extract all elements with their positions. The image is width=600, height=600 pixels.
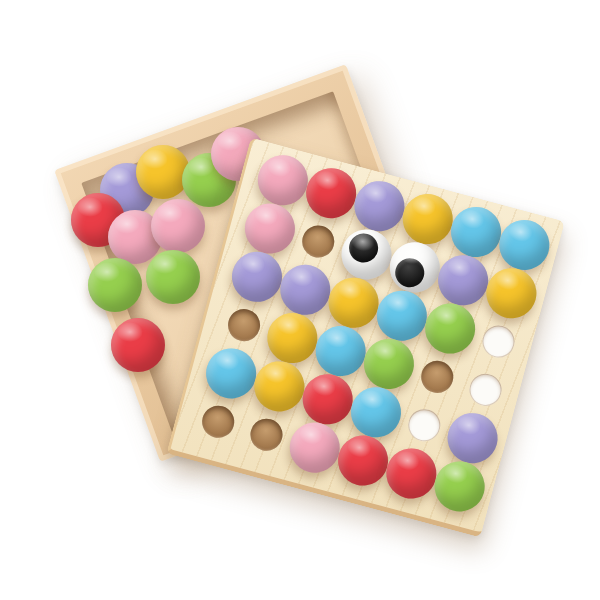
tray-ball-green[interactable] xyxy=(146,250,200,304)
eye-pupil xyxy=(345,230,381,266)
tray-ball-red[interactable] xyxy=(111,318,165,372)
peg-hole-empty[interactable] xyxy=(466,370,505,409)
tray-ball-yellow[interactable] xyxy=(136,145,190,199)
tray-ball-green[interactable] xyxy=(88,258,142,312)
peg-hole-empty[interactable] xyxy=(405,406,444,445)
peg-hole-over-tray[interactable] xyxy=(224,306,263,345)
peg-hole-over-tray[interactable] xyxy=(199,402,238,441)
peg-hole-empty[interactable] xyxy=(479,322,518,361)
peg-hole-over-tray[interactable] xyxy=(299,222,338,261)
peg-hole-over-tray[interactable] xyxy=(418,357,457,396)
product-photo xyxy=(0,0,600,600)
tray-ball-pink[interactable] xyxy=(151,199,205,253)
eye-pupil xyxy=(392,254,428,290)
peg-hole-over-tray[interactable] xyxy=(247,415,286,454)
